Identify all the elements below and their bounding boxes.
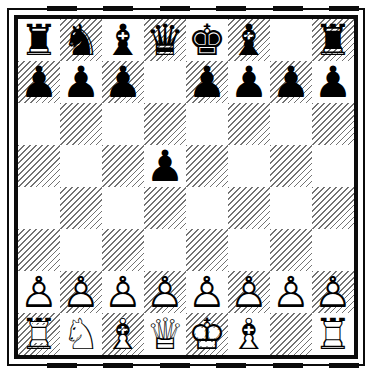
- square-c7[interactable]: ♟: [102, 61, 144, 103]
- square-h5[interactable]: [312, 145, 354, 187]
- square-g4[interactable]: [270, 187, 312, 229]
- piece-white-pawn-c2: ♟♙: [102, 271, 144, 313]
- square-c2[interactable]: ♟♙: [102, 271, 144, 313]
- square-g7[interactable]: ♟: [270, 61, 312, 103]
- piece-black-bishop-f8: ♝: [228, 19, 270, 61]
- piece-white-bishop-f1: ♝♗: [228, 313, 270, 355]
- square-a5[interactable]: [18, 145, 60, 187]
- white-piece-outline: ♙: [186, 271, 228, 313]
- piece-white-pawn-g2: ♟♙: [270, 271, 312, 313]
- square-a3[interactable]: [18, 229, 60, 271]
- square-d6[interactable]: [144, 103, 186, 145]
- piece-black-pawn-e7: ♟: [186, 61, 228, 103]
- white-piece-outline: ♔: [186, 313, 228, 355]
- square-a4[interactable]: [18, 187, 60, 229]
- square-e8[interactable]: ♚: [186, 19, 228, 61]
- square-e1[interactable]: ♚♔: [186, 313, 228, 355]
- square-b8[interactable]: ♞: [60, 19, 102, 61]
- square-b2[interactable]: ♟♙: [60, 271, 102, 313]
- white-piece-outline: ♙: [18, 271, 60, 313]
- square-f5[interactable]: [228, 145, 270, 187]
- diagram-inner-frame: ♜♞♝♛♚♝♜♟♟♟♟♟♟♟♟♟♙♟♙♟♙♟♙♟♙♟♙♟♙♟♙♜♖♞♘♝♗♛♕♚…: [14, 15, 358, 359]
- square-b5[interactable]: [60, 145, 102, 187]
- square-d4[interactable]: [144, 187, 186, 229]
- square-b3[interactable]: [60, 229, 102, 271]
- square-g1[interactable]: [270, 313, 312, 355]
- square-h4[interactable]: [312, 187, 354, 229]
- square-e3[interactable]: [186, 229, 228, 271]
- piece-black-knight-b8: ♞: [60, 19, 102, 61]
- square-a7[interactable]: ♟: [18, 61, 60, 103]
- piece-black-bishop-c8: ♝: [102, 19, 144, 61]
- square-d2[interactable]: ♟♙: [144, 271, 186, 313]
- square-e7[interactable]: ♟: [186, 61, 228, 103]
- square-f2[interactable]: ♟♙: [228, 271, 270, 313]
- white-piece-outline: ♙: [102, 271, 144, 313]
- piece-white-pawn-a2: ♟♙: [18, 271, 60, 313]
- square-a8[interactable]: ♜: [18, 19, 60, 61]
- square-e2[interactable]: ♟♙: [186, 271, 228, 313]
- square-f7[interactable]: ♟: [228, 61, 270, 103]
- piece-black-pawn-a7: ♟: [18, 61, 60, 103]
- white-piece-outline: ♙: [60, 271, 102, 313]
- white-piece-outline: ♕: [144, 313, 186, 355]
- piece-black-queen-d8: ♛: [144, 19, 186, 61]
- white-piece-outline: ♗: [102, 313, 144, 355]
- piece-white-king-e1: ♚♔: [186, 313, 228, 355]
- square-e4[interactable]: [186, 187, 228, 229]
- square-c6[interactable]: [102, 103, 144, 145]
- square-g6[interactable]: [270, 103, 312, 145]
- piece-white-pawn-h2: ♟♙: [312, 271, 354, 313]
- square-d5[interactable]: ♟: [144, 145, 186, 187]
- square-g8[interactable]: [270, 19, 312, 61]
- square-b7[interactable]: ♟: [60, 61, 102, 103]
- square-d1[interactable]: ♛♕: [144, 313, 186, 355]
- white-piece-outline: ♗: [228, 313, 270, 355]
- white-piece-outline: ♖: [312, 313, 354, 355]
- square-g3[interactable]: [270, 229, 312, 271]
- square-c3[interactable]: [102, 229, 144, 271]
- white-piece-outline: ♙: [144, 271, 186, 313]
- diagram-outer-frame: ♜♞♝♛♚♝♜♟♟♟♟♟♟♟♟♟♙♟♙♟♙♟♙♟♙♟♙♟♙♟♙♜♖♞♘♝♗♛♕♚…: [7, 8, 365, 366]
- square-g2[interactable]: ♟♙: [270, 271, 312, 313]
- piece-white-queen-d1: ♛♕: [144, 313, 186, 355]
- square-a1[interactable]: ♜♖: [18, 313, 60, 355]
- square-f4[interactable]: [228, 187, 270, 229]
- piece-white-bishop-c1: ♝♗: [102, 313, 144, 355]
- square-c5[interactable]: [102, 145, 144, 187]
- piece-black-rook-h8: ♜: [312, 19, 354, 61]
- square-h2[interactable]: ♟♙: [312, 271, 354, 313]
- square-h3[interactable]: [312, 229, 354, 271]
- white-piece-outline: ♙: [270, 271, 312, 313]
- piece-white-pawn-e2: ♟♙: [186, 271, 228, 313]
- square-f3[interactable]: [228, 229, 270, 271]
- piece-white-pawn-f2: ♟♙: [228, 271, 270, 313]
- square-h7[interactable]: ♟: [312, 61, 354, 103]
- square-d7[interactable]: [144, 61, 186, 103]
- square-h8[interactable]: ♜: [312, 19, 354, 61]
- square-h1[interactable]: ♜♖: [312, 313, 354, 355]
- square-f8[interactable]: ♝: [228, 19, 270, 61]
- square-e6[interactable]: [186, 103, 228, 145]
- square-b1[interactable]: ♞♘: [60, 313, 102, 355]
- piece-black-pawn-f7: ♟: [228, 61, 270, 103]
- white-piece-outline: ♙: [228, 271, 270, 313]
- piece-white-pawn-b2: ♟♙: [60, 271, 102, 313]
- white-piece-outline: ♖: [18, 313, 60, 355]
- square-c1[interactable]: ♝♗: [102, 313, 144, 355]
- piece-black-pawn-d5: ♟: [144, 145, 186, 187]
- square-h6[interactable]: [312, 103, 354, 145]
- square-d3[interactable]: [144, 229, 186, 271]
- square-f6[interactable]: [228, 103, 270, 145]
- square-d8[interactable]: ♛: [144, 19, 186, 61]
- square-c8[interactable]: ♝: [102, 19, 144, 61]
- square-c4[interactable]: [102, 187, 144, 229]
- piece-black-king-e8: ♚: [186, 19, 228, 61]
- piece-white-pawn-d2: ♟♙: [144, 271, 186, 313]
- piece-black-pawn-h7: ♟: [312, 61, 354, 103]
- square-g5[interactable]: [270, 145, 312, 187]
- piece-black-pawn-g7: ♟: [270, 61, 312, 103]
- piece-black-pawn-b7: ♟: [60, 61, 102, 103]
- piece-black-rook-a8: ♜: [18, 19, 60, 61]
- square-f1[interactable]: ♝♗: [228, 313, 270, 355]
- piece-white-rook-a1: ♜♖: [18, 313, 60, 355]
- square-b6[interactable]: [60, 103, 102, 145]
- chess-board: ♜♞♝♛♚♝♜♟♟♟♟♟♟♟♟♟♙♟♙♟♙♟♙♟♙♟♙♟♙♟♙♜♖♞♘♝♗♛♕♚…: [18, 19, 354, 355]
- white-piece-outline: ♙: [312, 271, 354, 313]
- white-piece-outline: ♘: [60, 313, 102, 355]
- square-a6[interactable]: [18, 103, 60, 145]
- piece-white-rook-h1: ♜♖: [312, 313, 354, 355]
- square-b4[interactable]: [60, 187, 102, 229]
- square-a2[interactable]: ♟♙: [18, 271, 60, 313]
- piece-black-pawn-c7: ♟: [102, 61, 144, 103]
- square-e5[interactable]: [186, 145, 228, 187]
- piece-white-knight-b1: ♞♘: [60, 313, 102, 355]
